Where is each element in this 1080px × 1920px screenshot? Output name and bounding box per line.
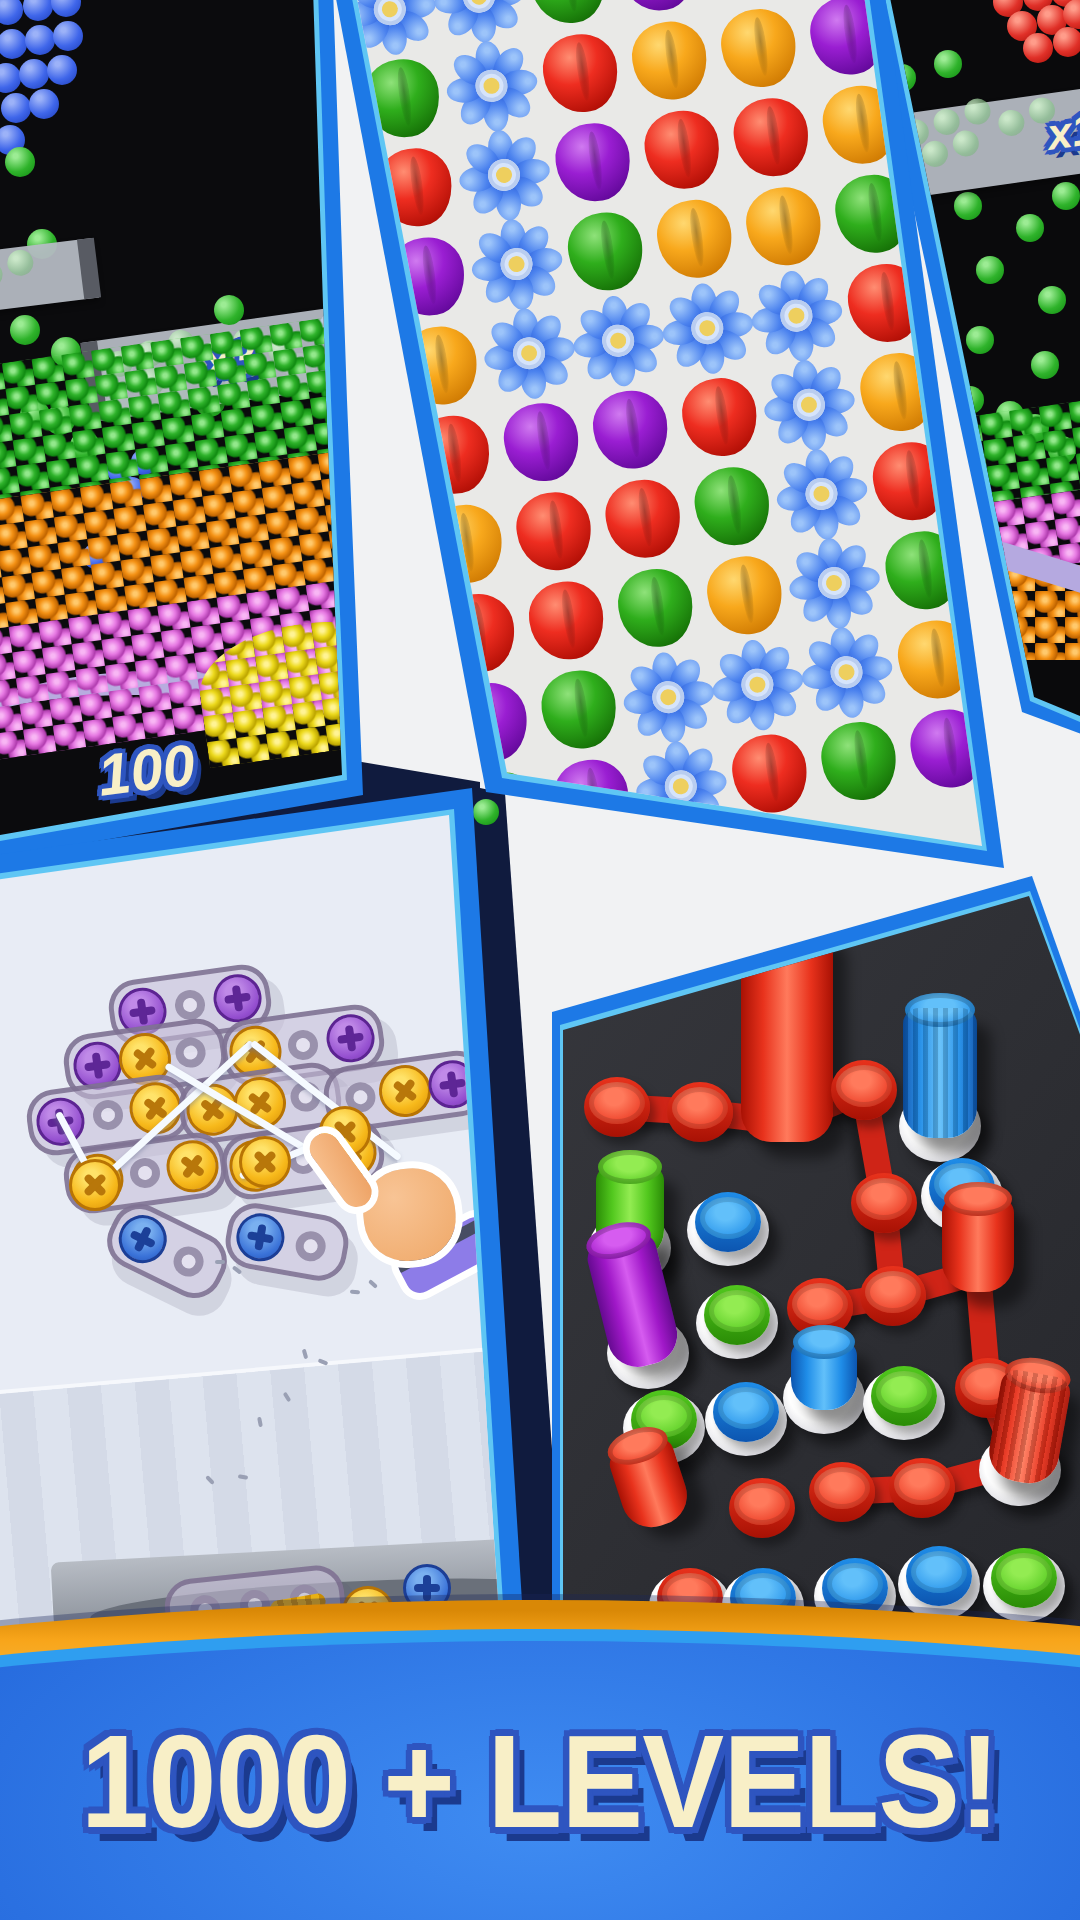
promo-canvas: 100 x3 x1 1000 + LEVELS! [0,0,1080,1920]
bottom-banner: 1000 + LEVELS! [0,0,1080,1920]
banner-title: 1000 + LEVELS! [38,1706,1042,1857]
